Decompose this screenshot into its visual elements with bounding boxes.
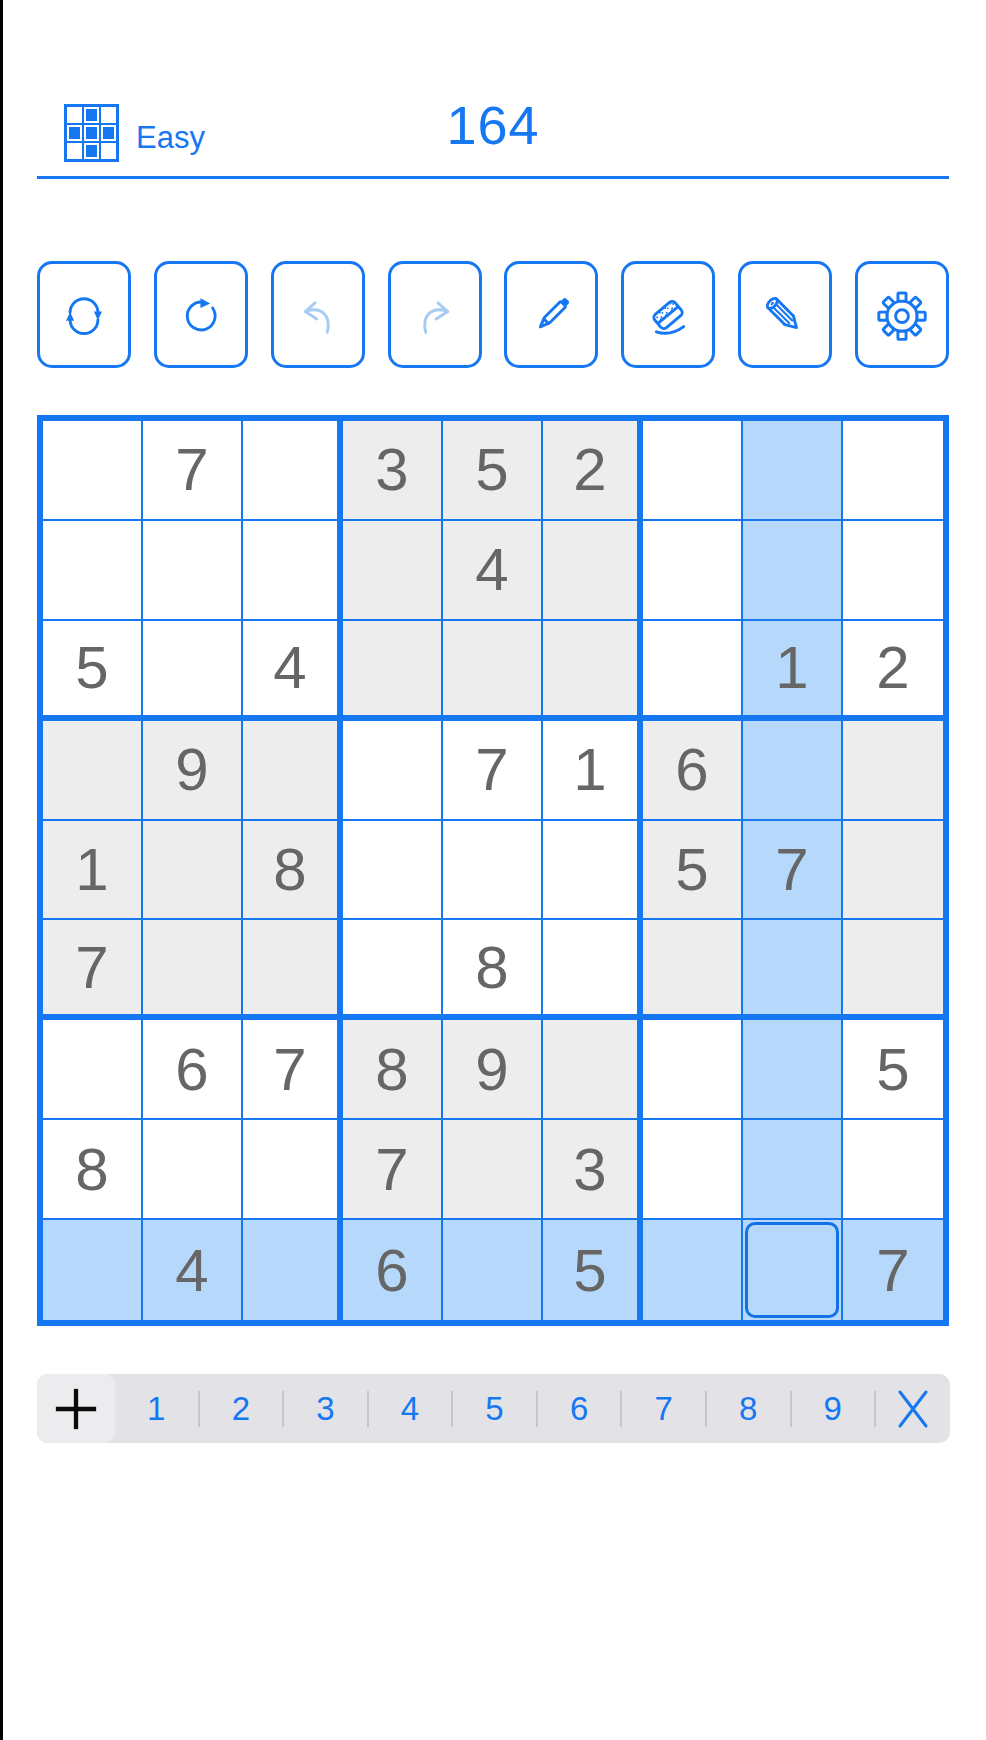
cell-r3c5[interactable] (443, 621, 543, 721)
cell-r9c5[interactable] (443, 1220, 543, 1320)
cell-r8c4[interactable]: 7 (343, 1120, 443, 1220)
cell-r7c8[interactable] (743, 1020, 843, 1120)
reset-button[interactable] (154, 261, 248, 368)
key-6[interactable]: 6 (538, 1390, 621, 1428)
undo-button[interactable] (271, 261, 365, 368)
key-8[interactable]: 8 (707, 1390, 790, 1428)
cell-r4c4[interactable] (343, 721, 443, 821)
cell-r2c7[interactable] (643, 521, 743, 621)
cell-r2c2[interactable] (143, 521, 243, 621)
cell-r9c2[interactable]: 4 (143, 1220, 243, 1320)
cell-r2c6[interactable] (543, 521, 643, 621)
header-divider (37, 176, 949, 179)
cell-r4c3[interactable] (243, 721, 343, 821)
cell-r7c3[interactable]: 7 (243, 1020, 343, 1120)
sudoku-board: 7352454129716185778678958734657 (37, 415, 949, 1326)
restart-button[interactable] (37, 261, 131, 368)
cell-r1c1[interactable] (43, 421, 143, 521)
cell-r9c6[interactable]: 5 (543, 1220, 643, 1320)
pencil-icon (756, 284, 814, 346)
key-2[interactable]: 2 (200, 1390, 283, 1428)
cell-r3c3[interactable]: 4 (243, 621, 343, 721)
cell-r3c2[interactable] (143, 621, 243, 721)
cell-r1c3[interactable] (243, 421, 343, 521)
cell-r8c2[interactable] (143, 1120, 243, 1220)
cell-r2c1[interactable] (43, 521, 143, 621)
cell-r9c9[interactable]: 7 (843, 1220, 943, 1320)
restart-cycle-icon (55, 284, 113, 346)
cell-r1c5[interactable]: 5 (443, 421, 543, 521)
cell-r7c6[interactable] (543, 1020, 643, 1120)
cell-r2c8[interactable] (743, 521, 843, 621)
move-counter: 164 (0, 94, 986, 156)
redo-arrow-icon (406, 284, 464, 346)
cell-r3c8[interactable]: 1 (743, 621, 843, 721)
cell-r7c4[interactable]: 8 (343, 1020, 443, 1120)
key-3[interactable]: 3 (284, 1390, 367, 1428)
cell-r8c6[interactable]: 3 (543, 1120, 643, 1220)
plus-icon (53, 1386, 99, 1432)
cell-r1c6[interactable]: 2 (543, 421, 643, 521)
cell-r2c5[interactable]: 4 (443, 521, 543, 621)
clear-x-icon (896, 1388, 930, 1430)
undo-arrow-icon (289, 284, 347, 346)
cell-r6c8[interactable] (743, 920, 843, 1020)
toolbar (37, 261, 949, 368)
cell-r7c7[interactable] (643, 1020, 743, 1120)
cell-r8c5[interactable] (443, 1120, 543, 1220)
cell-r6c2[interactable] (143, 920, 243, 1020)
plus-key[interactable] (37, 1374, 115, 1443)
cell-r3c1[interactable]: 5 (43, 621, 143, 721)
eraser-icon (639, 284, 697, 346)
key-4[interactable]: 4 (369, 1390, 452, 1428)
cell-r5c7[interactable]: 5 (643, 821, 743, 921)
cell-r5c8[interactable]: 7 (743, 821, 843, 921)
cell-r7c5[interactable]: 9 (443, 1020, 543, 1120)
cell-r8c8[interactable] (743, 1120, 843, 1220)
cell-r6c9[interactable] (843, 920, 943, 1020)
eraser-button[interactable] (621, 261, 715, 368)
cell-r6c5[interactable]: 8 (443, 920, 543, 1020)
key-7[interactable]: 7 (622, 1390, 705, 1428)
cell-r5c4[interactable] (343, 821, 443, 921)
cell-r2c4[interactable] (343, 521, 443, 621)
cell-r1c8[interactable] (743, 421, 843, 521)
key-9[interactable]: 9 (792, 1390, 875, 1428)
cell-r4c5[interactable]: 7 (443, 721, 543, 821)
cell-r3c9[interactable]: 2 (843, 621, 943, 721)
cell-r4c9[interactable] (843, 721, 943, 821)
cell-r9c8[interactable] (743, 1220, 843, 1320)
cell-r9c3[interactable] (243, 1220, 343, 1320)
cell-r8c7[interactable] (643, 1120, 743, 1220)
cell-r5c6[interactable] (543, 821, 643, 921)
cell-r7c9[interactable]: 5 (843, 1020, 943, 1120)
cell-r6c4[interactable] (343, 920, 443, 1020)
screen-edge (0, 0, 3, 1740)
cell-r6c7[interactable] (643, 920, 743, 1020)
cell-r2c9[interactable] (843, 521, 943, 621)
cell-r4c8[interactable] (743, 721, 843, 821)
cell-r5c5[interactable] (443, 821, 543, 921)
pen-button[interactable] (504, 261, 598, 368)
cell-r5c2[interactable] (143, 821, 243, 921)
cell-r1c7[interactable] (643, 421, 743, 521)
cell-r5c9[interactable] (843, 821, 943, 921)
redo-button[interactable] (388, 261, 482, 368)
cell-r7c2[interactable]: 6 (143, 1020, 243, 1120)
cell-r4c6[interactable]: 1 (543, 721, 643, 821)
cell-r8c1[interactable]: 8 (43, 1120, 143, 1220)
cell-r3c4[interactable] (343, 621, 443, 721)
clear-key[interactable] (876, 1388, 950, 1430)
cell-r4c1[interactable] (43, 721, 143, 821)
settings-button[interactable] (855, 261, 949, 368)
cell-r6c1[interactable]: 7 (43, 920, 143, 1020)
cell-r1c9[interactable] (843, 421, 943, 521)
notes-button[interactable] (738, 261, 832, 368)
cell-r5c1[interactable]: 1 (43, 821, 143, 921)
cell-r3c7[interactable] (643, 621, 743, 721)
cell-r5c3[interactable]: 8 (243, 821, 343, 921)
pen-icon (522, 284, 580, 346)
cell-r9c1[interactable] (43, 1220, 143, 1320)
cell-r4c2[interactable]: 9 (143, 721, 243, 821)
cell-r7c1[interactable] (43, 1020, 143, 1120)
reset-circle-icon (172, 284, 230, 346)
cell-r6c6[interactable] (543, 920, 643, 1020)
key-1[interactable]: 1 (115, 1390, 198, 1428)
cell-r3c6[interactable] (543, 621, 643, 721)
cell-r4c7[interactable]: 6 (643, 721, 743, 821)
number-keypad: 123456789 (37, 1374, 950, 1443)
cell-r9c7[interactable] (643, 1220, 743, 1320)
cell-r1c4[interactable]: 3 (343, 421, 443, 521)
cell-r1c2[interactable]: 7 (143, 421, 243, 521)
cell-r6c3[interactable] (243, 920, 343, 1020)
key-5[interactable]: 5 (453, 1390, 536, 1428)
cell-r8c9[interactable] (843, 1120, 943, 1220)
gear-icon (873, 284, 931, 346)
cell-r9c4[interactable]: 6 (343, 1220, 443, 1320)
cell-r8c3[interactable] (243, 1120, 343, 1220)
cell-r2c3[interactable] (243, 521, 343, 621)
